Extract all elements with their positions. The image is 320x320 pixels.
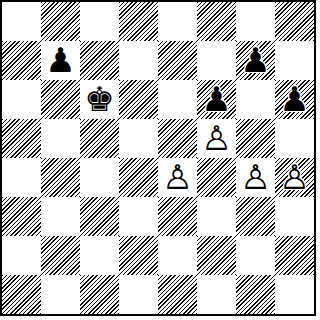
square-b1[interactable] — [41, 275, 80, 314]
square-h1[interactable] — [275, 275, 314, 314]
square-a8[interactable] — [2, 2, 41, 41]
white-pawn-h4[interactable]: ♟♙ — [275, 158, 314, 197]
black-pawn-g7[interactable]: ♟ — [236, 41, 275, 80]
square-a7[interactable] — [2, 41, 41, 80]
square-b7[interactable]: ♟ — [41, 41, 80, 80]
black-pawn-glyph: ♟ — [236, 41, 275, 80]
white-pawn-outline: ♙ — [275, 158, 314, 197]
square-e2[interactable] — [158, 236, 197, 275]
chess-board: ♟♟♚♟♟♟♙♟♙♟♙♟♙ — [2, 2, 314, 314]
square-a1[interactable] — [2, 275, 41, 314]
square-g7[interactable]: ♟ — [236, 41, 275, 80]
square-c3[interactable] — [80, 197, 119, 236]
square-g2[interactable] — [236, 236, 275, 275]
square-d5[interactable] — [119, 119, 158, 158]
square-f3[interactable] — [197, 197, 236, 236]
square-e5[interactable] — [158, 119, 197, 158]
square-d3[interactable] — [119, 197, 158, 236]
black-pawn-f6[interactable]: ♟ — [197, 80, 236, 119]
white-pawn-e4[interactable]: ♟♙ — [158, 158, 197, 197]
square-h3[interactable] — [275, 197, 314, 236]
square-a4[interactable] — [2, 158, 41, 197]
square-d6[interactable] — [119, 80, 158, 119]
square-a5[interactable] — [2, 119, 41, 158]
square-e6[interactable] — [158, 80, 197, 119]
square-d2[interactable] — [119, 236, 158, 275]
square-f6[interactable]: ♟ — [197, 80, 236, 119]
square-d8[interactable] — [119, 2, 158, 41]
square-f2[interactable] — [197, 236, 236, 275]
square-f7[interactable] — [197, 41, 236, 80]
square-a3[interactable] — [2, 197, 41, 236]
square-d7[interactable] — [119, 41, 158, 80]
square-b8[interactable] — [41, 2, 80, 41]
square-b5[interactable] — [41, 119, 80, 158]
square-c8[interactable] — [80, 2, 119, 41]
square-h5[interactable] — [275, 119, 314, 158]
square-c4[interactable] — [80, 158, 119, 197]
black-pawn-h6[interactable]: ♟ — [275, 80, 314, 119]
square-e4[interactable]: ♟♙ — [158, 158, 197, 197]
white-pawn-f5[interactable]: ♟♙ — [197, 119, 236, 158]
square-g4[interactable]: ♟♙ — [236, 158, 275, 197]
square-b2[interactable] — [41, 236, 80, 275]
white-pawn-outline: ♙ — [236, 158, 275, 197]
black-king-c6[interactable]: ♚ — [80, 80, 119, 119]
square-h4[interactable]: ♟♙ — [275, 158, 314, 197]
white-pawn-outline: ♙ — [158, 158, 197, 197]
black-pawn-glyph: ♟ — [197, 80, 236, 119]
square-b4[interactable] — [41, 158, 80, 197]
square-c6[interactable]: ♚ — [80, 80, 119, 119]
black-pawn-glyph: ♟ — [275, 80, 314, 119]
square-g5[interactable] — [236, 119, 275, 158]
square-e1[interactable] — [158, 275, 197, 314]
square-h6[interactable]: ♟ — [275, 80, 314, 119]
square-g6[interactable] — [236, 80, 275, 119]
square-a6[interactable] — [2, 80, 41, 119]
white-pawn-g4[interactable]: ♟♙ — [236, 158, 275, 197]
square-g1[interactable] — [236, 275, 275, 314]
square-e3[interactable] — [158, 197, 197, 236]
chess-board-frame: ♟♟♚♟♟♟♙♟♙♟♙♟♙ — [0, 0, 316, 316]
square-c1[interactable] — [80, 275, 119, 314]
square-c7[interactable] — [80, 41, 119, 80]
square-b3[interactable] — [41, 197, 80, 236]
black-pawn-b7[interactable]: ♟ — [41, 41, 80, 80]
square-g3[interactable] — [236, 197, 275, 236]
square-c2[interactable] — [80, 236, 119, 275]
black-king-glyph: ♚ — [80, 80, 119, 119]
square-c5[interactable] — [80, 119, 119, 158]
square-d4[interactable] — [119, 158, 158, 197]
square-e7[interactable] — [158, 41, 197, 80]
white-pawn-outline: ♙ — [197, 119, 236, 158]
square-h2[interactable] — [275, 236, 314, 275]
square-f1[interactable] — [197, 275, 236, 314]
square-d1[interactable] — [119, 275, 158, 314]
square-b6[interactable] — [41, 80, 80, 119]
square-f8[interactable] — [197, 2, 236, 41]
square-f4[interactable] — [197, 158, 236, 197]
square-f5[interactable]: ♟♙ — [197, 119, 236, 158]
black-pawn-glyph: ♟ — [41, 41, 80, 80]
square-h8[interactable] — [275, 2, 314, 41]
square-e8[interactable] — [158, 2, 197, 41]
square-h7[interactable] — [275, 41, 314, 80]
square-a2[interactable] — [2, 236, 41, 275]
square-g8[interactable] — [236, 2, 275, 41]
